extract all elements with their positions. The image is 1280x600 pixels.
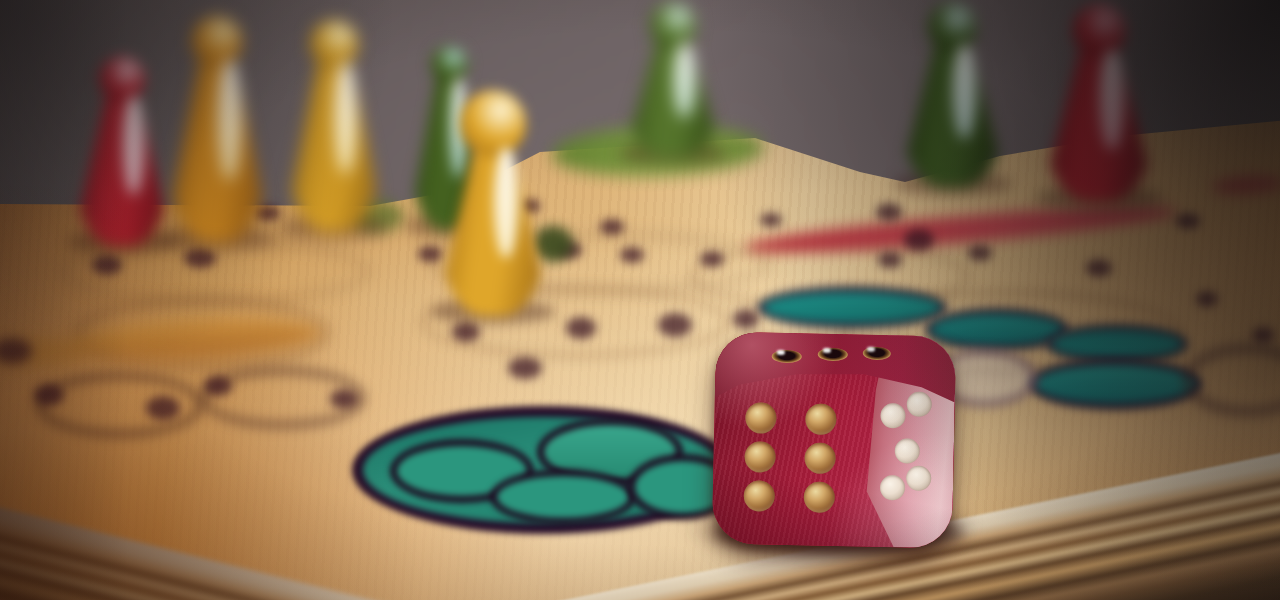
board-mark-dot bbox=[418, 246, 442, 262]
die-pip-right-face bbox=[894, 438, 920, 464]
die-pip-front-face bbox=[803, 481, 835, 513]
board-mark-dot bbox=[904, 229, 934, 251]
pawn-head bbox=[192, 16, 243, 67]
pawn-body bbox=[1046, 42, 1152, 202]
pawn-red-left[interactable] bbox=[76, 56, 168, 246]
board-mark-dot bbox=[878, 252, 902, 268]
die-pip-right-face bbox=[879, 474, 905, 500]
board-mark-dot bbox=[204, 376, 232, 396]
pawn-head bbox=[650, 2, 697, 49]
die-pip-top-face bbox=[818, 347, 848, 361]
die-pip-front-face bbox=[743, 480, 775, 512]
board-mark-dot bbox=[1176, 213, 1200, 229]
board-mark-dot bbox=[452, 322, 480, 342]
board-mark-dot bbox=[620, 247, 644, 263]
pawn-green-home[interactable] bbox=[628, 2, 718, 158]
board-mark-dot bbox=[1252, 327, 1274, 343]
die-pip-right-face bbox=[880, 402, 906, 428]
board-mark-dot bbox=[508, 357, 542, 379]
pawn-head bbox=[928, 2, 978, 52]
red-die[interactable] bbox=[712, 332, 956, 549]
die-pip-front-face bbox=[745, 402, 777, 434]
board-mark-dot bbox=[146, 396, 180, 420]
board-mark-dot bbox=[1196, 291, 1218, 307]
pawn-body bbox=[441, 138, 545, 316]
die-pip-right-face bbox=[905, 465, 931, 491]
pawn-highlight bbox=[123, 95, 144, 195]
board-mark-dot bbox=[566, 317, 596, 339]
board-mark-dot bbox=[330, 389, 358, 409]
pawn-head bbox=[99, 56, 145, 102]
pawn-highlight bbox=[218, 59, 241, 180]
die-sheen-highlight bbox=[712, 332, 956, 549]
pawn-highlight bbox=[674, 42, 695, 119]
board-mark-dot bbox=[658, 313, 692, 337]
pawn-red-right[interactable] bbox=[1046, 4, 1152, 202]
board-mark-teal-field bbox=[1028, 358, 1202, 410]
board-mark-dot bbox=[34, 384, 64, 406]
pawn-highlight bbox=[494, 147, 518, 259]
pawn-highlight bbox=[335, 61, 356, 174]
pawn-body bbox=[168, 53, 266, 242]
board-mark-dot bbox=[700, 251, 724, 267]
ludo-photo-scene bbox=[0, 0, 1280, 600]
pawn-body bbox=[628, 36, 718, 158]
pawn-head bbox=[460, 90, 527, 157]
die-pip-top-face bbox=[863, 346, 891, 360]
die-pip-top-face bbox=[772, 349, 802, 363]
board-mark-home-start bbox=[490, 469, 636, 525]
pawn-orange-left[interactable] bbox=[168, 16, 266, 242]
pawn-head bbox=[431, 46, 468, 83]
die-pip-front-face bbox=[805, 403, 837, 435]
board-mark-dot bbox=[92, 255, 122, 275]
board-mark-dot bbox=[600, 219, 624, 235]
pawn-yellow-left[interactable] bbox=[288, 20, 380, 232]
pawn-body bbox=[76, 89, 168, 246]
board-mark-dot bbox=[184, 248, 216, 268]
pawn-head bbox=[310, 20, 358, 68]
die-pip-front-face bbox=[804, 442, 836, 474]
die-pip-right-face bbox=[906, 391, 932, 417]
die-pip-front-face bbox=[744, 441, 776, 473]
pawn-body bbox=[288, 54, 380, 232]
board-mark-dot bbox=[760, 213, 782, 227]
board-mark-dot bbox=[968, 245, 992, 261]
pawn-head bbox=[1073, 4, 1126, 57]
board-mark-dot bbox=[733, 309, 759, 329]
board-mark-dot bbox=[876, 203, 902, 221]
pawn-green-right[interactable] bbox=[903, 2, 1002, 188]
board-mark-dot bbox=[1086, 259, 1112, 277]
pawn-yellow-front[interactable] bbox=[441, 90, 545, 316]
pawn-body bbox=[903, 38, 1002, 188]
board-mark-teal-field bbox=[757, 286, 947, 329]
